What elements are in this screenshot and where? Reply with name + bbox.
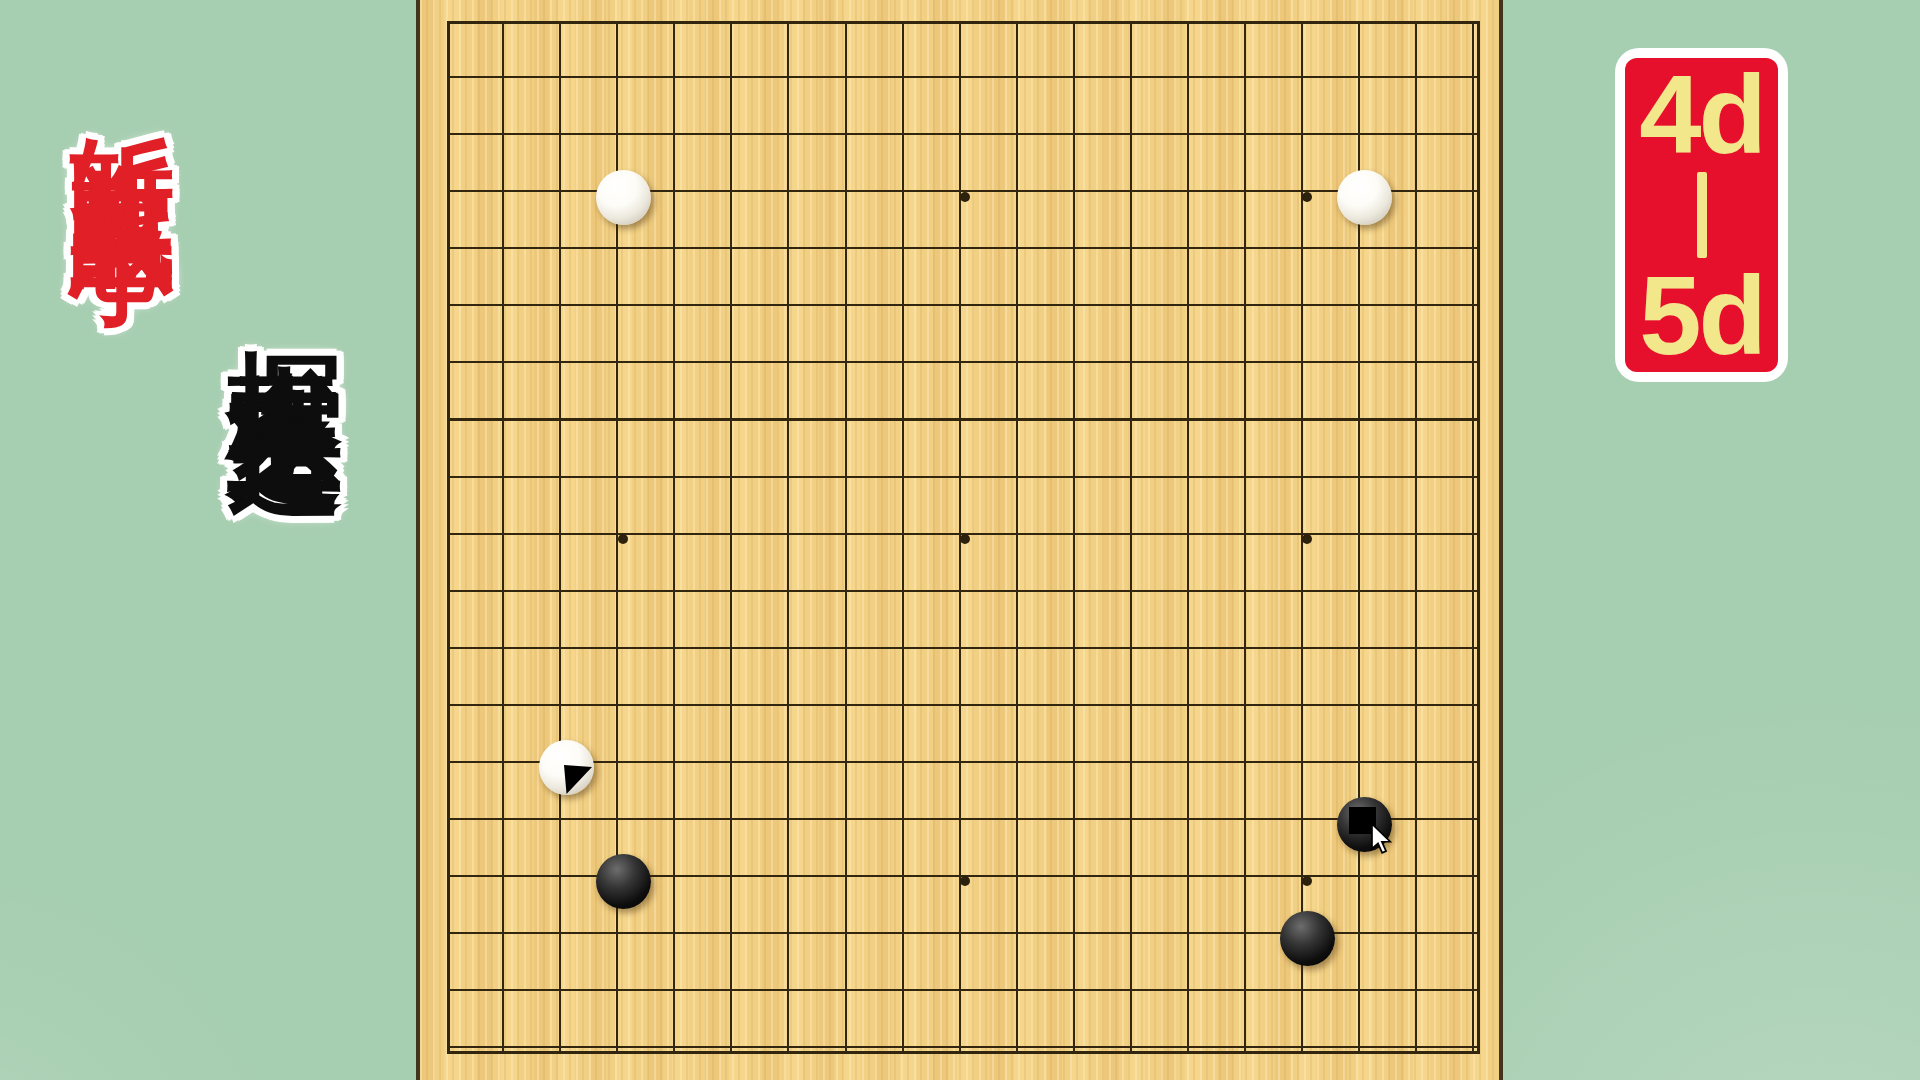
rank-badge-inner: 4d 5d — [1625, 58, 1778, 372]
star-point — [1302, 534, 1312, 544]
banner-red-text: 斩断实战恶手 — [72, 52, 176, 154]
stone-black-D4 — [596, 854, 651, 909]
star-point — [960, 192, 970, 202]
star-point — [618, 534, 628, 544]
vertical-dash-icon — [1697, 172, 1707, 258]
board-points-grid — [424, 0, 1507, 1080]
rank-bottom-label: 5d — [1639, 264, 1764, 367]
triangle-marker — [564, 765, 592, 794]
star-point — [960, 876, 970, 886]
stone-white-D16 — [596, 170, 651, 225]
go-board[interactable] — [416, 0, 1503, 1080]
banner-black-text: 探索棋之正道 — [228, 258, 344, 324]
rank-badge: 4d 5d — [1615, 48, 1788, 382]
star-point — [1302, 876, 1312, 886]
stone-black-Q3 — [1280, 911, 1335, 966]
stone-white-R16 — [1337, 170, 1392, 225]
page: 斩断实战恶手 探索棋之正道 4d 5d — [0, 0, 1920, 1080]
mouse-cursor-icon — [1371, 823, 1392, 854]
stone-white-C6 — [539, 740, 594, 795]
rank-top-label: 4d — [1639, 63, 1764, 166]
star-point — [960, 534, 970, 544]
star-point — [1302, 192, 1312, 202]
